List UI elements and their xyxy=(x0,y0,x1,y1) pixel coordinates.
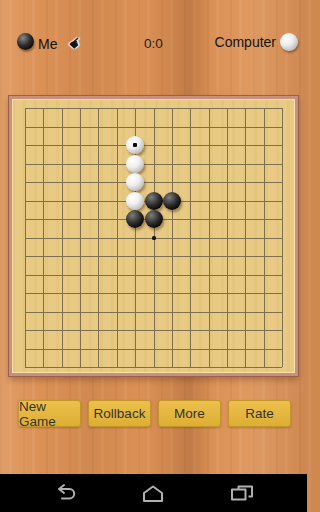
grid-line xyxy=(25,293,282,294)
white-stone xyxy=(126,192,144,210)
grid-line xyxy=(25,256,282,257)
more-button[interactable]: More xyxy=(158,400,221,427)
white-stone xyxy=(126,155,144,173)
grid-line xyxy=(25,312,282,313)
computer-player: Computer xyxy=(215,33,298,51)
white-stone xyxy=(126,173,144,191)
black-stone xyxy=(145,192,163,210)
rate-button[interactable]: Rate xyxy=(228,400,291,427)
rollback-button[interactable]: Rollback xyxy=(88,400,151,427)
button-row: New Game Rollback More Rate xyxy=(18,400,291,427)
black-stone xyxy=(163,192,181,210)
board-grid[interactable] xyxy=(25,108,282,367)
grid-line xyxy=(190,108,191,367)
grid-line xyxy=(209,108,210,367)
grid-line xyxy=(25,275,282,276)
white-stone xyxy=(126,136,144,154)
nav-bar xyxy=(0,474,307,512)
new-game-button[interactable]: New Game xyxy=(18,400,81,427)
recents-icon[interactable] xyxy=(229,483,255,504)
grid-line xyxy=(227,108,228,367)
board-panel xyxy=(9,96,298,376)
black-stone xyxy=(126,210,144,228)
last-move-marker xyxy=(133,143,137,147)
star-point xyxy=(152,236,156,240)
grid-line xyxy=(25,330,282,331)
grid-line xyxy=(25,349,282,350)
computer-label: Computer xyxy=(215,34,276,50)
grid-line xyxy=(172,108,173,367)
back-icon[interactable] xyxy=(52,483,78,504)
grid-line xyxy=(264,108,265,367)
grid-line xyxy=(25,367,282,368)
grid-line xyxy=(245,108,246,367)
home-icon[interactable] xyxy=(140,483,166,504)
grid-line xyxy=(282,108,283,367)
app-root: { "game": "Gomoku (Five in a Row)", "hea… xyxy=(0,0,307,512)
black-stone xyxy=(145,210,163,228)
header: Me ☛ 0:0 Computer xyxy=(0,0,307,60)
white-stone-icon xyxy=(280,33,298,51)
